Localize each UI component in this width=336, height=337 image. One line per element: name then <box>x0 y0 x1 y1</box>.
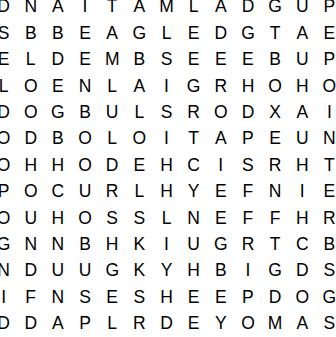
grid-cell[interactable]: R <box>207 73 234 99</box>
grid-cell[interactable]: R <box>262 152 289 178</box>
grid-cell[interactable]: O <box>316 73 336 99</box>
grid-cell[interactable]: O <box>0 205 17 231</box>
grid-cell[interactable]: I <box>153 231 180 257</box>
grid-cell[interactable]: P <box>316 47 336 73</box>
grid-cell[interactable]: S <box>316 311 336 337</box>
grid-cell[interactable]: S <box>71 284 98 310</box>
grid-cell[interactable]: O <box>17 179 44 205</box>
grid-cell[interactable]: H <box>153 179 180 205</box>
grid-cell[interactable]: I <box>289 179 316 205</box>
grid-cell[interactable]: F <box>262 205 289 231</box>
grid-cell[interactable]: O <box>71 126 98 152</box>
grid-cell[interactable]: B <box>126 47 153 73</box>
grid-cell[interactable]: L <box>180 0 207 20</box>
grid-cell[interactable]: E <box>262 126 289 152</box>
grid-cell[interactable]: B <box>316 231 336 257</box>
grid-cell[interactable]: B <box>17 20 44 46</box>
grid-cell[interactable]: U <box>71 258 98 284</box>
grid-cell[interactable]: F <box>17 284 44 310</box>
grid-cell[interactable]: O <box>289 284 316 310</box>
grid-cell[interactable]: N <box>180 205 207 231</box>
grid-cell[interactable]: R <box>99 179 126 205</box>
grid-cell[interactable]: O <box>234 311 261 337</box>
grid-cell[interactable]: O <box>126 126 153 152</box>
grid-cell[interactable]: F <box>234 205 261 231</box>
grid-cell[interactable]: B <box>71 100 98 126</box>
grid-cell[interactable]: B <box>71 231 98 257</box>
grid-cell[interactable]: A <box>126 73 153 99</box>
grid-cell[interactable]: M <box>99 47 126 73</box>
grid-cell[interactable]: O <box>71 152 98 178</box>
grid-cell[interactable]: E <box>180 47 207 73</box>
grid-cell[interactable]: N <box>17 231 44 257</box>
grid-cell[interactable]: U <box>289 47 316 73</box>
grid-cell[interactable]: N <box>44 284 71 310</box>
grid-cell[interactable]: O <box>262 73 289 99</box>
grid-cell[interactable]: I <box>316 100 336 126</box>
grid-cell[interactable]: D <box>17 126 44 152</box>
grid-cell[interactable]: D <box>153 311 180 337</box>
grid-cell[interactable]: L <box>99 311 126 337</box>
grid-cell[interactable]: R <box>180 100 207 126</box>
grid-cell[interactable]: L <box>126 179 153 205</box>
grid-cell[interactable]: H <box>289 152 316 178</box>
grid-cell[interactable]: I <box>71 0 98 20</box>
grid-cell[interactable]: D <box>262 284 289 310</box>
grid-cell[interactable]: O <box>71 205 98 231</box>
word-search-grid: DNAITAMLADGUPSBBEAGLEDGTAEELDEMBSEEEBUPL… <box>0 0 336 337</box>
grid-cell[interactable]: L <box>153 205 180 231</box>
grid-cell[interactable]: H <box>99 231 126 257</box>
grid-cell[interactable]: O <box>17 73 44 99</box>
grid-cell[interactable]: G <box>99 258 126 284</box>
grid-cell[interactable]: P <box>234 126 261 152</box>
grid-cell[interactable]: D <box>207 20 234 46</box>
grid-cell[interactable]: L <box>153 20 180 46</box>
grid-cell[interactable]: D <box>44 47 71 73</box>
grid-cell[interactable]: A <box>289 100 316 126</box>
grid-cell[interactable]: A <box>44 311 71 337</box>
grid-cell[interactable]: C <box>44 179 71 205</box>
grid-cell[interactable]: K <box>126 258 153 284</box>
grid-cell[interactable]: E <box>71 47 98 73</box>
grid-cell[interactable]: H <box>17 152 44 178</box>
grid-cell[interactable]: P <box>316 0 336 20</box>
grid-cell[interactable]: S <box>99 205 126 231</box>
grid-cell[interactable]: O <box>0 126 17 152</box>
grid-cell[interactable]: N <box>17 0 44 20</box>
grid-cell[interactable]: N <box>262 179 289 205</box>
grid-cell[interactable]: U <box>17 205 44 231</box>
grid-cell[interactable]: E <box>180 20 207 46</box>
grid-cell[interactable]: L <box>126 100 153 126</box>
grid-cell[interactable]: B <box>44 20 71 46</box>
grid-cell[interactable]: F <box>234 179 261 205</box>
grid-cell[interactable]: E <box>71 20 98 46</box>
grid-cell[interactable]: N <box>316 126 336 152</box>
grid-cell[interactable]: E <box>207 205 234 231</box>
grid-cell[interactable]: U <box>180 231 207 257</box>
grid-cell[interactable]: E <box>0 47 17 73</box>
grid-cell[interactable]: A <box>207 0 234 20</box>
grid-cell[interactable]: E <box>44 73 71 99</box>
grid-cell[interactable]: D <box>0 0 17 20</box>
grid-cell[interactable]: S <box>126 284 153 310</box>
grid-cell[interactable]: O <box>207 100 234 126</box>
grid-cell[interactable]: H <box>234 73 261 99</box>
grid-cell[interactable]: E <box>316 20 336 46</box>
grid-cell[interactable]: S <box>0 20 17 46</box>
grid-cell[interactable]: P <box>0 179 17 205</box>
grid-cell[interactable]: R <box>316 205 336 231</box>
grid-cell[interactable]: S <box>153 100 180 126</box>
grid-cell[interactable]: T <box>99 0 126 20</box>
grid-cell[interactable]: A <box>207 126 234 152</box>
grid-cell[interactable]: S <box>316 258 336 284</box>
grid-cell[interactable]: E <box>99 284 126 310</box>
grid-cell[interactable]: M <box>262 311 289 337</box>
grid-cell[interactable]: D <box>99 152 126 178</box>
grid-cell[interactable]: D <box>17 311 44 337</box>
grid-cell[interactable]: G <box>234 20 261 46</box>
grid-cell[interactable]: T <box>316 152 336 178</box>
grid-cell[interactable]: D <box>17 258 44 284</box>
grid-cell[interactable]: A <box>44 0 71 20</box>
grid-cell[interactable]: T <box>262 231 289 257</box>
grid-cell[interactable]: G <box>0 231 17 257</box>
grid-cell[interactable]: E <box>180 311 207 337</box>
grid-cell[interactable]: E <box>207 284 234 310</box>
grid-cell[interactable]: B <box>262 47 289 73</box>
grid-cell[interactable]: G <box>44 100 71 126</box>
grid-cell[interactable]: Y <box>153 258 180 284</box>
grid-cell[interactable]: E <box>126 152 153 178</box>
grid-cell[interactable]: O <box>0 152 17 178</box>
grid-cell[interactable]: L <box>99 126 126 152</box>
grid-cell[interactable]: R <box>126 311 153 337</box>
grid-cell[interactable]: U <box>289 126 316 152</box>
grid-cell[interactable]: G <box>207 231 234 257</box>
grid-cell[interactable]: L <box>17 47 44 73</box>
grid-cell[interactable]: N <box>0 258 17 284</box>
grid-cell[interactable]: O <box>17 100 44 126</box>
grid-cell[interactable]: H <box>289 73 316 99</box>
grid-cell[interactable]: T <box>180 126 207 152</box>
grid-cell[interactable]: I <box>0 284 17 310</box>
grid-cell[interactable]: I <box>153 73 180 99</box>
grid-cell[interactable]: P <box>234 284 261 310</box>
grid-cell[interactable]: N <box>71 73 98 99</box>
grid-cell[interactable]: L <box>99 73 126 99</box>
grid-cell[interactable]: E <box>316 179 336 205</box>
grid-cell[interactable]: H <box>153 284 180 310</box>
grid-cell[interactable]: H <box>44 205 71 231</box>
grid-cell[interactable]: U <box>99 100 126 126</box>
grid-cell[interactable]: D <box>234 100 261 126</box>
grid-cell[interactable]: S <box>234 152 261 178</box>
grid-cell[interactable]: T <box>262 20 289 46</box>
grid-cell[interactable]: P <box>71 311 98 337</box>
grid-cell[interactable]: D <box>0 311 17 337</box>
grid-cell[interactable]: G <box>316 284 336 310</box>
grid-cell[interactable]: I <box>207 152 234 178</box>
grid-cell[interactable]: C <box>180 152 207 178</box>
grid-cell[interactable]: G <box>180 73 207 99</box>
grid-cell[interactable]: K <box>126 231 153 257</box>
grid-cell[interactable]: E <box>207 179 234 205</box>
grid-cell[interactable]: D <box>234 0 261 20</box>
grid-cell[interactable]: I <box>234 258 261 284</box>
grid-cell[interactable]: M <box>153 0 180 20</box>
grid-cell[interactable]: A <box>289 311 316 337</box>
grid-cell[interactable]: U <box>71 179 98 205</box>
grid-cell[interactable]: A <box>289 20 316 46</box>
grid-cell[interactable]: E <box>207 47 234 73</box>
grid-cell[interactable]: U <box>44 258 71 284</box>
grid-cell[interactable]: H <box>153 152 180 178</box>
grid-cell[interactable]: G <box>126 20 153 46</box>
grid-cell[interactable]: L <box>0 73 17 99</box>
grid-cell[interactable]: S <box>153 47 180 73</box>
grid-cell[interactable]: G <box>262 258 289 284</box>
grid-cell[interactable]: N <box>44 231 71 257</box>
grid-cell[interactable]: E <box>234 47 261 73</box>
grid-cell[interactable]: B <box>207 258 234 284</box>
grid-cell[interactable]: R <box>234 231 261 257</box>
grid-cell[interactable]: X <box>262 100 289 126</box>
grid-cell[interactable]: C <box>289 231 316 257</box>
grid-cell[interactable]: S <box>126 205 153 231</box>
grid-cell[interactable]: H <box>289 205 316 231</box>
grid-cell[interactable]: U <box>289 0 316 20</box>
grid-cell[interactable]: A <box>126 0 153 20</box>
grid-cell[interactable]: B <box>44 126 71 152</box>
grid-cell[interactable]: A <box>99 20 126 46</box>
grid-cell[interactable]: E <box>180 284 207 310</box>
grid-cell[interactable]: D <box>0 100 17 126</box>
grid-cell[interactable]: I <box>153 126 180 152</box>
grid-cell[interactable]: D <box>289 258 316 284</box>
grid-cell[interactable]: Y <box>207 311 234 337</box>
grid-cell[interactable]: Y <box>180 179 207 205</box>
grid-cell[interactable]: G <box>262 0 289 20</box>
grid-cell[interactable]: H <box>180 258 207 284</box>
grid-cell[interactable]: H <box>44 152 71 178</box>
